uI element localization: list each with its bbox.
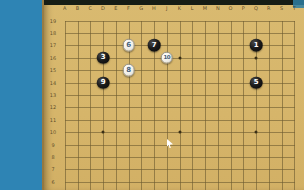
col-label: O: [229, 6, 233, 11]
grid-line: [65, 21, 296, 22]
window-top-strip: [44, 0, 304, 5]
col-label: C: [89, 6, 93, 11]
stone-white-8[interactable]: 8: [122, 64, 135, 77]
grid-line: [65, 107, 296, 108]
col-label: S: [280, 6, 283, 11]
col-label: P: [242, 6, 245, 11]
stone-number: 8: [126, 67, 130, 74]
stone-number: 1: [254, 42, 258, 49]
row-label: 13: [50, 92, 56, 97]
app-window: ABCDEFGHJKLMNOPQRST191817161514131211109…: [0, 0, 304, 190]
stone-number: 7: [152, 42, 156, 49]
grid-line: [65, 70, 296, 71]
grid-line: [65, 95, 296, 96]
stone-black-3[interactable]: 3: [97, 51, 110, 64]
row-label: 14: [50, 80, 56, 85]
row-label: 12: [50, 105, 56, 110]
stone-number: 3: [101, 54, 105, 61]
col-label: F: [127, 6, 130, 11]
row-label: 17: [50, 43, 56, 48]
stone-number: 9: [101, 79, 105, 86]
col-label: M: [203, 6, 207, 11]
mouse-cursor-icon: [167, 139, 173, 148]
row-label: 6: [51, 179, 54, 184]
stone-number: 5: [254, 79, 258, 86]
stone-number: 6: [126, 42, 130, 49]
row-label: 11: [50, 117, 56, 122]
star-point: [178, 131, 181, 134]
col-label: K: [178, 6, 181, 11]
row-label: 15: [50, 68, 56, 73]
stone-black-7[interactable]: 7: [148, 39, 161, 52]
stone-black-5[interactable]: 5: [250, 76, 263, 89]
col-label: H: [152, 6, 156, 11]
col-label: L: [191, 6, 194, 11]
stone-white-10[interactable]: 10: [160, 51, 173, 64]
col-label: J: [166, 6, 167, 11]
row-label: 7: [51, 167, 54, 172]
stone-number: 10: [163, 54, 170, 61]
stone-black-1[interactable]: 1: [250, 39, 263, 52]
star-point: [102, 131, 105, 134]
col-label: R: [267, 6, 270, 11]
grid-line: [65, 145, 296, 146]
col-label: Q: [254, 6, 258, 11]
col-label: A: [63, 6, 66, 11]
star-point: [255, 56, 258, 59]
col-label: G: [139, 6, 143, 11]
col-label: N: [216, 6, 220, 11]
col-label: E: [114, 6, 117, 11]
go-board[interactable]: ABCDEFGHJKLMNOPQRST191817161514131211109…: [42, 0, 304, 190]
row-label: 10: [50, 130, 56, 135]
stone-black-9[interactable]: 9: [97, 76, 110, 89]
grid-line: [65, 182, 296, 183]
col-label: T: [293, 6, 296, 11]
grid-line: [65, 120, 296, 121]
col-label: D: [101, 6, 105, 11]
grid-line: [65, 33, 296, 34]
grid-line: [65, 157, 296, 158]
stone-white-6[interactable]: 6: [122, 39, 135, 52]
col-label: B: [76, 6, 79, 11]
grid-line: [65, 169, 296, 170]
row-label: 9: [51, 142, 54, 147]
row-label: 8: [51, 154, 54, 159]
row-label: 18: [50, 30, 56, 35]
row-label: 16: [50, 55, 56, 60]
star-point: [178, 56, 181, 59]
row-label: 19: [50, 18, 56, 23]
star-point: [255, 131, 258, 134]
